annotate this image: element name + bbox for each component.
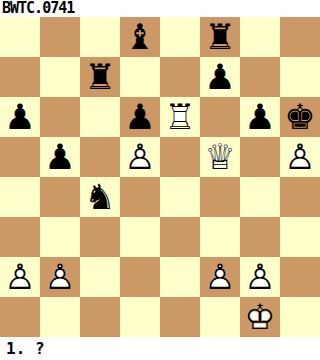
square-e7[interactable] [160, 57, 200, 97]
square-d3[interactable] [120, 217, 160, 257]
square-a7[interactable] [0, 57, 40, 97]
square-g6[interactable]: ♟ [240, 97, 280, 137]
square-f7[interactable]: ♟ [200, 57, 240, 97]
white-piece-outline: ♙ [240, 257, 280, 297]
square-g1[interactable]: ♚♔ [240, 297, 280, 337]
square-h2[interactable] [280, 257, 320, 297]
square-g4[interactable] [240, 177, 280, 217]
white-pawn-piece: ♟♙ [40, 257, 80, 297]
square-b7[interactable] [40, 57, 80, 97]
black-piece-glyph: ♝ [120, 17, 160, 57]
square-b4[interactable] [40, 177, 80, 217]
square-g2[interactable]: ♟♙ [240, 257, 280, 297]
square-f6[interactable] [200, 97, 240, 137]
black-piece-glyph: ♟ [120, 97, 160, 137]
move-prompt: 1. ? [0, 337, 320, 360]
square-a1[interactable] [0, 297, 40, 337]
square-h6[interactable]: ♚ [280, 97, 320, 137]
black-piece-glyph: ♜ [200, 17, 240, 57]
square-b5[interactable]: ♟ [40, 137, 80, 177]
square-d2[interactable] [120, 257, 160, 297]
black-piece-glyph: ♜ [80, 57, 120, 97]
square-e5[interactable] [160, 137, 200, 177]
black-piece-glyph: ♚ [280, 97, 320, 137]
white-pawn-piece: ♟♙ [0, 257, 40, 297]
square-a6[interactable]: ♟ [0, 97, 40, 137]
white-queen-piece: ♛♕ [200, 137, 240, 177]
white-pawn-piece: ♟♙ [240, 257, 280, 297]
white-piece-outline: ♙ [0, 257, 40, 297]
square-b2[interactable]: ♟♙ [40, 257, 80, 297]
white-piece-outline: ♙ [200, 257, 240, 297]
white-pawn-piece: ♟♙ [120, 137, 160, 177]
black-piece-glyph: ♟ [240, 97, 280, 137]
square-e6[interactable]: ♜♖ [160, 97, 200, 137]
chess-board: ♝♜♜♟♟♟♜♖♟♚♟♟♙♛♕♟♙♞♟♙♟♙♟♙♟♙♚♔ [0, 17, 320, 337]
white-piece-outline: ♙ [280, 137, 320, 177]
square-e2[interactable] [160, 257, 200, 297]
square-d6[interactable]: ♟ [120, 97, 160, 137]
square-a5[interactable] [0, 137, 40, 177]
square-g8[interactable] [240, 17, 280, 57]
square-d5[interactable]: ♟♙ [120, 137, 160, 177]
square-g5[interactable] [240, 137, 280, 177]
square-g3[interactable] [240, 217, 280, 257]
square-f2[interactable]: ♟♙ [200, 257, 240, 297]
square-a4[interactable] [0, 177, 40, 217]
square-g7[interactable] [240, 57, 280, 97]
white-king-piece: ♚♔ [240, 297, 280, 337]
square-c2[interactable] [80, 257, 120, 297]
black-piece-glyph: ♞ [80, 177, 120, 217]
white-rook-piece: ♜♖ [160, 97, 200, 137]
square-e8[interactable] [160, 17, 200, 57]
black-piece-glyph: ♟ [40, 137, 80, 177]
square-h1[interactable] [280, 297, 320, 337]
black-knight-piece: ♞ [80, 177, 120, 217]
square-e3[interactable] [160, 217, 200, 257]
black-rook-piece: ♜ [200, 17, 240, 57]
white-piece-outline: ♙ [40, 257, 80, 297]
white-piece-outline: ♔ [240, 297, 280, 337]
white-pawn-piece: ♟♙ [200, 257, 240, 297]
black-piece-glyph: ♟ [0, 97, 40, 137]
square-b6[interactable] [40, 97, 80, 137]
square-c8[interactable] [80, 17, 120, 57]
black-bishop-piece: ♝ [120, 17, 160, 57]
white-pawn-piece: ♟♙ [280, 137, 320, 177]
square-a2[interactable]: ♟♙ [0, 257, 40, 297]
square-h8[interactable] [280, 17, 320, 57]
square-f3[interactable] [200, 217, 240, 257]
black-pawn-piece: ♟ [120, 97, 160, 137]
black-king-piece: ♚ [280, 97, 320, 137]
square-b8[interactable] [40, 17, 80, 57]
black-pawn-piece: ♟ [240, 97, 280, 137]
square-f1[interactable] [200, 297, 240, 337]
square-c5[interactable] [80, 137, 120, 177]
square-a8[interactable] [0, 17, 40, 57]
square-d4[interactable] [120, 177, 160, 217]
chess-puzzle-page: BWTC.0741 ♝♜♜♟♟♟♜♖♟♚♟♟♙♛♕♟♙♞♟♙♟♙♟♙♟♙♚♔ 1… [0, 0, 320, 360]
square-c7[interactable]: ♜ [80, 57, 120, 97]
square-d8[interactable]: ♝ [120, 17, 160, 57]
square-e1[interactable] [160, 297, 200, 337]
square-d1[interactable] [120, 297, 160, 337]
black-pawn-piece: ♟ [40, 137, 80, 177]
square-b3[interactable] [40, 217, 80, 257]
square-f5[interactable]: ♛♕ [200, 137, 240, 177]
square-c1[interactable] [80, 297, 120, 337]
black-pawn-piece: ♟ [0, 97, 40, 137]
square-h7[interactable] [280, 57, 320, 97]
square-h3[interactable] [280, 217, 320, 257]
black-pawn-piece: ♟ [200, 57, 240, 97]
white-piece-outline: ♙ [120, 137, 160, 177]
puzzle-id: BWTC.0741 [0, 0, 320, 17]
square-h4[interactable] [280, 177, 320, 217]
square-c4[interactable]: ♞ [80, 177, 120, 217]
square-f4[interactable] [200, 177, 240, 217]
square-e4[interactable] [160, 177, 200, 217]
black-piece-glyph: ♟ [200, 57, 240, 97]
square-b1[interactable] [40, 297, 80, 337]
square-f8[interactable]: ♜ [200, 17, 240, 57]
square-h5[interactable]: ♟♙ [280, 137, 320, 177]
square-a3[interactable] [0, 217, 40, 257]
square-d7[interactable] [120, 57, 160, 97]
square-c6[interactable] [80, 97, 120, 137]
white-piece-outline: ♕ [200, 137, 240, 177]
black-rook-piece: ♜ [80, 57, 120, 97]
square-c3[interactable] [80, 217, 120, 257]
white-piece-outline: ♖ [160, 97, 200, 137]
